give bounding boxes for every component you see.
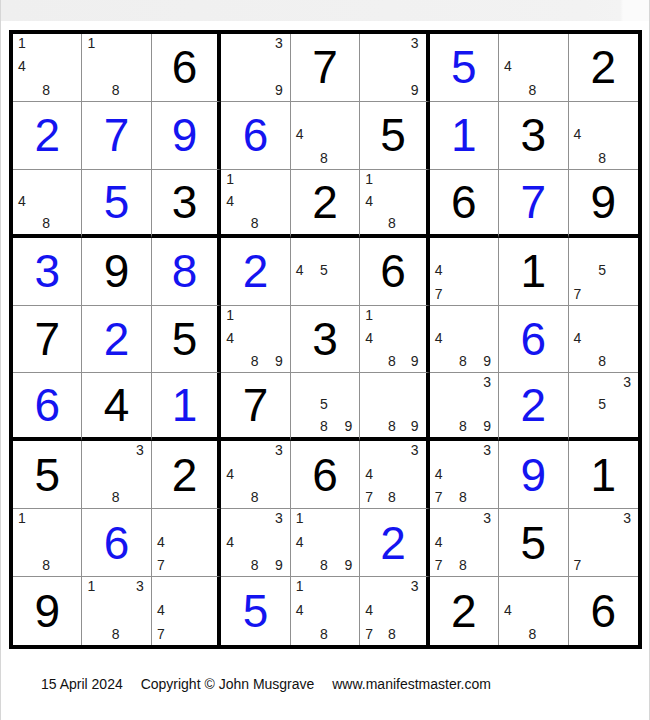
cell-r7c7[interactable]: 3478: [430, 441, 499, 509]
cell-r6c2[interactable]: 4: [82, 373, 151, 441]
solved-digit: 9: [152, 102, 217, 169]
candidate-digit: 9: [275, 83, 283, 97]
solved-digit: 6: [221, 102, 289, 169]
candidate-digit: 1: [226, 172, 234, 186]
candidate-digit: 4: [365, 331, 373, 345]
cell-r9c1[interactable]: 9: [13, 577, 82, 645]
cell-r6c3[interactable]: 1: [152, 373, 221, 441]
cell-r7c2[interactable]: 38: [82, 441, 151, 509]
given-digit: 7: [13, 306, 81, 373]
candidate-digit: 3: [483, 443, 491, 457]
candidate-digit: 7: [435, 287, 443, 301]
candidate-digit: 8: [112, 490, 120, 504]
footer: 15 April 2024 Copyright © John Musgrave …: [41, 676, 505, 692]
candidate-digit: 1: [18, 511, 26, 525]
cell-r3c7[interactable]: 6: [430, 170, 499, 238]
pencil-marks: 1489: [226, 308, 282, 369]
pencil-marks: 48: [504, 579, 560, 641]
solved-digit: 3: [13, 238, 81, 305]
candidate-digit: 8: [459, 354, 467, 368]
footer-date: 15 April 2024: [41, 676, 123, 692]
candidate-digit: 1: [87, 579, 95, 593]
pencil-marks: 3478: [365, 579, 418, 641]
pencil-marks: 1489: [365, 308, 418, 369]
candidate-digit: 7: [574, 287, 582, 301]
solved-digit: 5: [430, 34, 498, 101]
candidate-digit: 4: [18, 194, 26, 208]
cell-r4c9[interactable]: 57: [569, 238, 638, 306]
cell-r3c6[interactable]: 148: [360, 170, 429, 238]
pencil-marks: 57: [574, 240, 631, 301]
candidate-digit: 4: [296, 263, 304, 277]
pencil-marks: 48: [504, 36, 560, 97]
pencil-marks: 3478: [435, 511, 491, 572]
cell-r8c6[interactable]: 2: [360, 509, 429, 577]
candidate-digit: 8: [528, 627, 536, 641]
given-digit: 2: [152, 441, 217, 508]
solved-digit: 2: [221, 238, 289, 305]
candidate-digit: 8: [388, 419, 396, 433]
candidate-digit: 8: [388, 627, 396, 641]
solved-digit: 2: [13, 102, 81, 169]
pencil-marks: 39: [365, 36, 418, 97]
candidate-digit: 3: [275, 36, 283, 50]
cell-r8c2[interactable]: 6: [82, 509, 151, 577]
solved-digit: 5: [82, 170, 150, 234]
pencil-marks: 47: [435, 240, 491, 301]
cell-r9c9[interactable]: 6: [569, 577, 638, 645]
candidate-digit: 8: [42, 83, 50, 97]
candidate-digit: 9: [483, 354, 491, 368]
cell-r2c4[interactable]: 6: [221, 102, 290, 170]
cell-r5c2[interactable]: 2: [82, 306, 151, 374]
cell-r9c4[interactable]: 5: [221, 577, 290, 645]
pencil-marks: 39: [226, 36, 282, 97]
candidate-digit: 4: [157, 603, 165, 617]
candidate-digit: 3: [411, 36, 419, 50]
candidate-digit: 4: [296, 127, 304, 141]
pencil-marks: 148: [18, 36, 74, 97]
cell-r8c3[interactable]: 47: [152, 509, 221, 577]
footer-website: www.manifestmaster.com: [332, 676, 491, 692]
cell-r5c3[interactable]: 5: [152, 306, 221, 374]
cell-r2c3[interactable]: 9: [152, 102, 221, 170]
solved-digit: 7: [499, 170, 567, 234]
candidate-digit: 3: [411, 443, 419, 457]
candidate-digit: 9: [275, 354, 283, 368]
cell-r5c4[interactable]: 1489: [221, 306, 290, 374]
cell-r4c2[interactable]: 9: [82, 238, 151, 306]
cell-r9c7[interactable]: 2: [430, 577, 499, 645]
candidate-digit: 8: [320, 419, 328, 433]
cell-r4c4[interactable]: 2: [221, 238, 290, 306]
given-digit: 3: [499, 102, 567, 169]
candidate-digit: 4: [435, 467, 443, 481]
given-digit: 7: [291, 34, 359, 101]
candidate-digit: 8: [251, 216, 259, 230]
pencil-marks: 18: [18, 511, 74, 572]
candidate-digit: 8: [320, 627, 328, 641]
candidate-digit: 8: [42, 216, 50, 230]
footer-copyright: Copyright © John Musgrave: [141, 676, 315, 692]
candidate-digit: 8: [320, 151, 328, 165]
cell-r6c8[interactable]: 2: [499, 373, 568, 441]
cell-r3c4[interactable]: 148: [221, 170, 290, 238]
pencil-marks: 148: [296, 579, 352, 641]
given-digit: 9: [13, 577, 81, 645]
candidate-digit: 4: [296, 603, 304, 617]
given-digit: 6: [152, 34, 217, 101]
candidate-digit: 8: [42, 558, 50, 572]
sudoku-grid: 1481863973954822796485134848531482148679…: [9, 30, 642, 649]
cell-r4c7[interactable]: 47: [430, 238, 499, 306]
candidate-digit: 8: [388, 354, 396, 368]
candidate-digit: 3: [483, 511, 491, 525]
given-digit: 5: [499, 509, 567, 576]
top-bar: [1, 0, 649, 21]
candidate-digit: 8: [528, 83, 536, 97]
pencil-marks: 89: [365, 375, 418, 433]
solved-digit: 9: [499, 441, 567, 508]
candidate-digit: 4: [226, 194, 234, 208]
given-digit: 2: [291, 170, 359, 234]
candidate-digit: 8: [112, 627, 120, 641]
candidate-digit: 4: [365, 194, 373, 208]
cell-r2c7[interactable]: 1: [430, 102, 499, 170]
pencil-marks: 389: [435, 375, 491, 433]
candidate-digit: 9: [275, 558, 283, 572]
candidate-digit: 4: [226, 467, 234, 481]
candidate-digit: 3: [411, 579, 419, 593]
cell-r3c1[interactable]: 48: [13, 170, 82, 238]
cell-r9c8[interactable]: 48: [499, 577, 568, 645]
cell-r5c9[interactable]: 48: [569, 306, 638, 374]
cell-r8c4[interactable]: 3489: [221, 509, 290, 577]
candidate-digit: 8: [251, 490, 259, 504]
pencil-marks: 3489: [226, 511, 282, 572]
candidate-digit: 5: [320, 263, 328, 277]
given-digit: 1: [569, 441, 638, 508]
page: 1481863973954822796485134848531482148679…: [0, 0, 650, 720]
cell-r2c2[interactable]: 7: [82, 102, 151, 170]
candidate-digit: 4: [157, 535, 165, 549]
given-digit: 6: [430, 170, 498, 234]
solved-digit: 6: [499, 306, 567, 373]
candidate-digit: 4: [226, 331, 234, 345]
pencil-marks: 1489: [296, 511, 352, 572]
candidate-digit: 9: [344, 558, 352, 572]
candidate-digit: 1: [296, 511, 304, 525]
cell-r5c6[interactable]: 1489: [360, 306, 429, 374]
solved-digit: 2: [499, 373, 567, 437]
cell-r6c5[interactable]: 589: [291, 373, 360, 441]
cell-r7c6[interactable]: 3478: [360, 441, 429, 509]
cell-r7c1[interactable]: 5: [13, 441, 82, 509]
candidate-digit: 7: [435, 558, 443, 572]
cell-r6c6[interactable]: 89: [360, 373, 429, 441]
candidate-digit: 4: [504, 59, 512, 73]
candidate-digit: 7: [365, 490, 373, 504]
cell-r1c3[interactable]: 6: [152, 34, 221, 102]
cell-r7c8[interactable]: 9: [499, 441, 568, 509]
candidate-digit: 1: [365, 308, 373, 322]
candidate-digit: 1: [296, 579, 304, 593]
candidate-digit: 8: [251, 354, 259, 368]
candidate-digit: 4: [296, 535, 304, 549]
cell-r5c5[interactable]: 3: [291, 306, 360, 374]
pencil-marks: 47: [157, 579, 210, 641]
candidate-digit: 8: [388, 490, 396, 504]
cell-r5c1[interactable]: 7: [13, 306, 82, 374]
cell-r1c2[interactable]: 18: [82, 34, 151, 102]
given-digit: 9: [82, 238, 150, 305]
candidate-digit: 5: [598, 397, 606, 411]
cell-r4c5[interactable]: 45: [291, 238, 360, 306]
candidate-digit: 5: [320, 397, 328, 411]
candidate-digit: 4: [435, 263, 443, 277]
candidate-digit: 7: [574, 558, 582, 572]
candidate-digit: 4: [18, 59, 26, 73]
cell-r7c5[interactable]: 6: [291, 441, 360, 509]
cell-r2c1[interactable]: 2: [13, 102, 82, 170]
cell-r2c5[interactable]: 48: [291, 102, 360, 170]
cell-r2c6[interactable]: 5: [360, 102, 429, 170]
cell-r8c9[interactable]: 37: [569, 509, 638, 577]
pencil-marks: 45: [296, 240, 352, 301]
candidate-digit: 8: [388, 216, 396, 230]
cell-r7c9[interactable]: 1: [569, 441, 638, 509]
cell-r5c8[interactable]: 6: [499, 306, 568, 374]
cell-r5c7[interactable]: 489: [430, 306, 499, 374]
candidate-digit: 5: [598, 263, 606, 277]
cell-r4c6[interactable]: 6: [360, 238, 429, 306]
cell-r6c1[interactable]: 6: [13, 373, 82, 441]
candidate-digit: 7: [157, 558, 165, 572]
candidate-digit: 8: [251, 558, 259, 572]
candidate-digit: 3: [136, 443, 144, 457]
pencil-marks: 48: [574, 104, 631, 165]
pencil-marks: 148: [226, 172, 282, 230]
candidate-digit: 9: [344, 419, 352, 433]
solved-digit: 2: [360, 509, 425, 576]
cell-r3c8[interactable]: 7: [499, 170, 568, 238]
solved-digit: 2: [82, 306, 150, 373]
cell-r1c7[interactable]: 5: [430, 34, 499, 102]
pencil-marks: 148: [365, 172, 418, 230]
pencil-marks: 589: [296, 375, 352, 433]
candidate-digit: 9: [411, 354, 419, 368]
pencil-marks: 48: [574, 308, 631, 369]
candidate-digit: 8: [598, 151, 606, 165]
cell-r1c6[interactable]: 39: [360, 34, 429, 102]
cell-r9c5[interactable]: 148: [291, 577, 360, 645]
pencil-marks: 38: [87, 443, 143, 504]
candidate-digit: 4: [435, 535, 443, 549]
candidate-digit: 3: [623, 375, 631, 389]
given-digit: 7: [221, 373, 289, 437]
candidate-digit: 3: [136, 579, 144, 593]
cell-r3c9[interactable]: 9: [569, 170, 638, 238]
candidate-digit: 4: [365, 603, 373, 617]
candidate-digit: 3: [275, 511, 283, 525]
cell-r4c8[interactable]: 1: [499, 238, 568, 306]
solved-digit: 6: [82, 509, 150, 576]
given-digit: 9: [569, 170, 638, 234]
cell-r9c2[interactable]: 138: [82, 577, 151, 645]
given-digit: 5: [152, 306, 217, 373]
cell-r1c9[interactable]: 2: [569, 34, 638, 102]
pencil-marks: 489: [435, 308, 491, 369]
pencil-marks: 3478: [435, 443, 491, 504]
candidate-digit: 8: [320, 558, 328, 572]
candidate-digit: 8: [112, 83, 120, 97]
cell-r4c1[interactable]: 3: [13, 238, 82, 306]
candidate-digit: 8: [459, 419, 467, 433]
candidate-digit: 3: [483, 375, 491, 389]
candidate-digit: 4: [574, 331, 582, 345]
cell-r2c9[interactable]: 48: [569, 102, 638, 170]
cell-r6c7[interactable]: 389: [430, 373, 499, 441]
candidate-digit: 4: [574, 127, 582, 141]
cell-r3c2[interactable]: 5: [82, 170, 151, 238]
solved-digit: 5: [221, 577, 289, 645]
candidate-digit: 4: [226, 535, 234, 549]
given-digit: 2: [430, 577, 498, 645]
given-digit: 2: [569, 34, 638, 101]
pencil-marks: 138: [87, 579, 143, 641]
cell-r8c1[interactable]: 18: [13, 509, 82, 577]
candidate-digit: 4: [435, 331, 443, 345]
given-digit: 3: [291, 306, 359, 373]
cell-r6c9[interactable]: 35: [569, 373, 638, 441]
candidate-digit: 4: [365, 467, 373, 481]
cell-r8c8[interactable]: 5: [499, 509, 568, 577]
candidate-digit: 1: [18, 36, 26, 50]
pencil-marks: 348: [226, 443, 282, 504]
given-digit: 5: [360, 102, 425, 169]
pencil-marks: 37: [574, 511, 631, 572]
cell-r6c4[interactable]: 7: [221, 373, 290, 441]
given-digit: 6: [360, 238, 425, 305]
solved-digit: 1: [152, 373, 217, 437]
candidate-digit: 9: [483, 419, 491, 433]
given-digit: 4: [82, 373, 150, 437]
cell-r9c6[interactable]: 3478: [360, 577, 429, 645]
pencil-marks: 35: [574, 375, 631, 433]
candidate-digit: 8: [459, 558, 467, 572]
candidate-digit: 9: [411, 83, 419, 97]
cell-r8c7[interactable]: 3478: [430, 509, 499, 577]
solved-digit: 6: [13, 373, 81, 437]
pencil-marks: 3478: [365, 443, 418, 504]
given-digit: 1: [499, 238, 567, 305]
pencil-marks: 47: [157, 511, 210, 572]
candidate-digit: 1: [365, 172, 373, 186]
candidate-digit: 1: [87, 36, 95, 50]
candidate-digit: 4: [504, 603, 512, 617]
cell-r1c8[interactable]: 48: [499, 34, 568, 102]
candidate-digit: 9: [411, 419, 419, 433]
solved-digit: 8: [152, 238, 217, 305]
given-digit: 6: [569, 577, 638, 645]
pencil-marks: 18: [87, 36, 143, 97]
candidate-digit: 7: [365, 627, 373, 641]
solved-digit: 7: [82, 102, 150, 169]
cell-r4c3[interactable]: 8: [152, 238, 221, 306]
cell-r3c5[interactable]: 2: [291, 170, 360, 238]
candidate-digit: 3: [623, 511, 631, 525]
candidate-digit: 7: [157, 627, 165, 641]
candidate-digit: 3: [275, 443, 283, 457]
cell-r1c5[interactable]: 7: [291, 34, 360, 102]
cell-r3c3[interactable]: 3: [152, 170, 221, 238]
given-digit: 5: [13, 441, 81, 508]
cell-r8c5[interactable]: 1489: [291, 509, 360, 577]
pencil-marks: 48: [296, 104, 352, 165]
cell-r9c3[interactable]: 47: [152, 577, 221, 645]
cell-r2c8[interactable]: 3: [499, 102, 568, 170]
cell-r7c4[interactable]: 348: [221, 441, 290, 509]
cell-r7c3[interactable]: 2: [152, 441, 221, 509]
candidate-digit: 1: [226, 308, 234, 322]
solved-digit: 1: [430, 102, 498, 169]
cell-r1c4[interactable]: 39: [221, 34, 290, 102]
given-digit: 6: [291, 441, 359, 508]
pencil-marks: 48: [18, 172, 74, 230]
cell-r1c1[interactable]: 148: [13, 34, 82, 102]
candidate-digit: 8: [459, 490, 467, 504]
candidate-digit: 8: [598, 354, 606, 368]
candidate-digit: 7: [435, 490, 443, 504]
given-digit: 3: [152, 170, 217, 234]
